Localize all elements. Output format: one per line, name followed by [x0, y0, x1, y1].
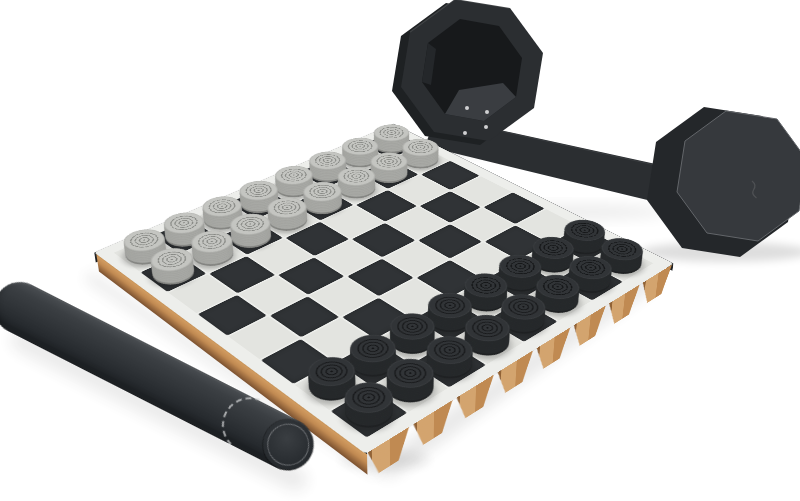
board-scene: ⛀⛀⛀⛀⛀⛀⛀⛀⛀⛀⛀⛀⛀⛀⛀⛀⛂⛂⛂⛂⛂⛂⛂⛂⛂⛂⛂⛂⛂⛂⛂⛂ [0, 0, 800, 501]
product-photo: ⛀⛀⛀⛀⛀⛀⛀⛀⛀⛀⛀⛀⛀⛀⛀⛀⛂⛂⛂⛂⛂⛂⛂⛂⛂⛂⛂⛂⛂⛂⛂⛂ [0, 0, 800, 501]
